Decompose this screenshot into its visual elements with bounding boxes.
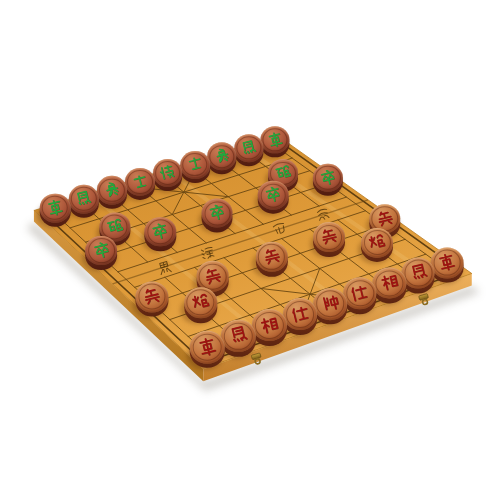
glyph-chariot-icon — [264, 129, 286, 150]
piece-top — [252, 309, 286, 341]
piece-green-horse[interactable] — [234, 134, 263, 161]
piece-top — [153, 159, 183, 187]
glyph-advisor-icon — [129, 170, 151, 191]
piece-green-soldier[interactable] — [313, 164, 343, 192]
piece-red-chariot[interactable] — [431, 248, 464, 279]
piece-red-horse[interactable] — [402, 258, 435, 289]
piece-top — [402, 258, 435, 289]
piece-green-horse[interactable] — [69, 185, 99, 213]
piece-top — [125, 168, 155, 196]
piece-red-advisor[interactable] — [283, 298, 317, 330]
piece-top — [258, 181, 289, 210]
piece-top — [313, 222, 345, 252]
piece-green-advisor[interactable] — [125, 168, 155, 196]
piece-top — [135, 281, 168, 312]
piece-green-elephant[interactable] — [207, 143, 236, 171]
piece-red-general[interactable] — [313, 288, 347, 320]
piece-top — [40, 194, 71, 223]
piece-green-soldier[interactable] — [258, 181, 289, 210]
piece-top — [313, 288, 347, 320]
piece-red-elephant[interactable] — [373, 268, 406, 299]
piece-green-soldier[interactable] — [145, 217, 176, 246]
glyph-soldier-icon — [317, 166, 339, 188]
piece-red-cannon[interactable] — [184, 287, 217, 318]
glyph-chariot-icon — [194, 334, 220, 359]
piece-green-elephant[interactable] — [97, 176, 127, 204]
piece-green-soldier[interactable] — [86, 236, 118, 266]
piece-red-chariot[interactable] — [190, 331, 225, 364]
piece-red-cannon[interactable] — [361, 228, 393, 258]
pieces-layer — [0, 0, 500, 500]
piece-red-soldier[interactable] — [313, 222, 345, 252]
glyph-soldier-icon — [90, 239, 114, 262]
piece-top — [283, 298, 317, 330]
piece-red-horse[interactable] — [221, 320, 255, 352]
product-photo — [0, 0, 500, 500]
piece-top — [431, 248, 464, 279]
piece-green-chariot[interactable] — [260, 126, 289, 153]
piece-green-soldier[interactable] — [202, 199, 233, 228]
piece-red-elephant[interactable] — [252, 309, 286, 341]
piece-red-advisor[interactable] — [343, 278, 376, 309]
piece-top — [86, 236, 118, 266]
piece-top — [190, 331, 225, 364]
piece-green-advisor[interactable] — [180, 151, 210, 179]
piece-top — [361, 228, 393, 258]
piece-green-chariot[interactable] — [40, 194, 71, 223]
piece-green-general[interactable] — [153, 159, 183, 187]
piece-top — [202, 199, 233, 228]
piece-top — [180, 151, 210, 179]
piece-red-soldier[interactable] — [135, 281, 168, 312]
piece-red-soldier[interactable] — [255, 242, 287, 272]
piece-top — [207, 143, 236, 171]
